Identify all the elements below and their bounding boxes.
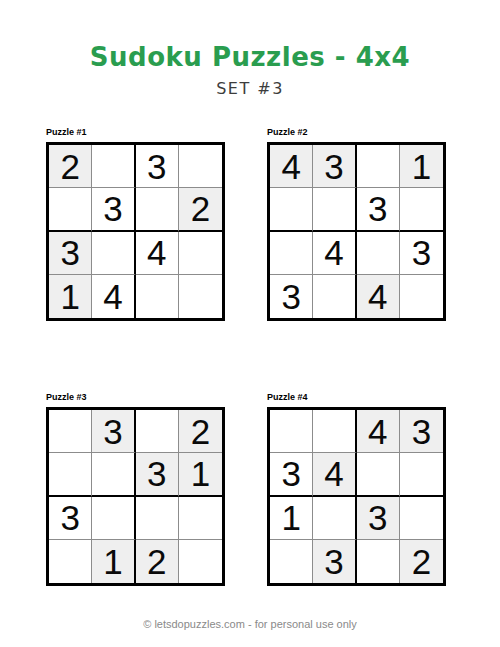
p4-cell-r1c2[interactable]: [313, 410, 356, 453]
p1-cell-r1c3: 3: [136, 145, 179, 188]
p1-cell-r4c2: 4: [92, 275, 135, 318]
p2-cell-r3c4: 3: [400, 232, 443, 275]
p4-cell-r3c4[interactable]: [400, 497, 443, 540]
p4-cell-r2c1: 3: [270, 453, 313, 496]
p2-cell-r4c3: 4: [357, 275, 400, 318]
p3-cell-r1c2: 3: [92, 410, 135, 453]
p2-cell-r2c4[interactable]: [400, 188, 443, 231]
p3-cell-r2c4: 1: [179, 453, 222, 496]
p2-cell-r1c2: 3: [313, 145, 356, 188]
p1-cell-r3c2[interactable]: [92, 232, 135, 275]
puzzle-3-label: Puzzle #3: [46, 387, 225, 402]
p2-cell-r2c3: 3: [357, 188, 400, 231]
set-label: SET #3: [0, 79, 500, 98]
p4-cell-r1c3: 4: [357, 410, 400, 453]
p2-cell-r3c1[interactable]: [270, 232, 313, 275]
p4-cell-r3c3: 3: [357, 497, 400, 540]
p4-cell-r3c2[interactable]: [313, 497, 356, 540]
p4-cell-r1c1[interactable]: [270, 410, 313, 453]
p2-cell-r2c1[interactable]: [270, 188, 313, 231]
p1-cell-r3c3: 4: [136, 232, 179, 275]
p4-cell-r4c3[interactable]: [357, 540, 400, 583]
p2-cell-r1c3[interactable]: [357, 145, 400, 188]
p1-cell-r3c4[interactable]: [179, 232, 222, 275]
p3-cell-r2c3: 3: [136, 453, 179, 496]
puzzle-2: Puzzle #2 4 3 1 3 4 3 3 4: [267, 122, 446, 321]
p3-cell-r3c1: 3: [49, 497, 92, 540]
p2-cell-r1c1: 4: [270, 145, 313, 188]
p2-cell-r4c2[interactable]: [313, 275, 356, 318]
puzzle-2-label: Puzzle #2: [267, 122, 446, 137]
puzzle-1-grid: 2 3 3 2 3 4 1 4: [46, 142, 225, 321]
puzzle-2-grid: 4 3 1 3 4 3 3 4: [267, 142, 446, 321]
p3-cell-r2c1[interactable]: [49, 453, 92, 496]
puzzle-4-label: Puzzle #4: [267, 387, 446, 402]
p3-cell-r3c2[interactable]: [92, 497, 135, 540]
p1-cell-r2c2: 3: [92, 188, 135, 231]
p4-cell-r4c4: 2: [400, 540, 443, 583]
puzzle-4: Puzzle #4 4 3 3 4 1 3 3 2: [267, 387, 446, 586]
puzzle-1: Puzzle #1 2 3 3 2 3 4 1 4: [46, 122, 225, 321]
p4-cell-r2c2: 4: [313, 453, 356, 496]
p2-cell-r4c1: 3: [270, 275, 313, 318]
p1-cell-r4c4[interactable]: [179, 275, 222, 318]
p1-cell-r4c1: 1: [49, 275, 92, 318]
p1-cell-r1c4[interactable]: [179, 145, 222, 188]
p1-cell-r2c3[interactable]: [136, 188, 179, 231]
p3-cell-r4c2: 1: [92, 540, 135, 583]
p3-cell-r1c3[interactable]: [136, 410, 179, 453]
p1-cell-r1c1: 2: [49, 145, 92, 188]
p1-cell-r2c1[interactable]: [49, 188, 92, 231]
p2-cell-r4c4[interactable]: [400, 275, 443, 318]
p4-cell-r4c1[interactable]: [270, 540, 313, 583]
puzzle-3: Puzzle #3 3 2 3 1 3 1 2: [46, 387, 225, 586]
p2-cell-r3c2: 4: [313, 232, 356, 275]
p2-cell-r2c2[interactable]: [313, 188, 356, 231]
p1-cell-r2c4: 2: [179, 188, 222, 231]
p1-cell-r1c2[interactable]: [92, 145, 135, 188]
p2-cell-r3c3[interactable]: [357, 232, 400, 275]
p4-cell-r3c1: 1: [270, 497, 313, 540]
p3-cell-r2c2[interactable]: [92, 453, 135, 496]
copyright-footer: © letsdopuzzles.com - for personal use o…: [0, 618, 500, 630]
p2-cell-r1c4: 1: [400, 145, 443, 188]
p4-cell-r2c4[interactable]: [400, 453, 443, 496]
page-title: Sudoku Puzzles - 4x4: [0, 42, 500, 72]
p1-cell-r3c1: 3: [49, 232, 92, 275]
puzzle-1-label: Puzzle #1: [46, 122, 225, 137]
puzzle-sheet: Sudoku Puzzles - 4x4 SET #3 Puzzle #1 2 …: [0, 0, 500, 647]
p3-cell-r1c1[interactable]: [49, 410, 92, 453]
p4-cell-r1c4: 3: [400, 410, 443, 453]
p4-cell-r4c2: 3: [313, 540, 356, 583]
p1-cell-r4c3[interactable]: [136, 275, 179, 318]
p3-cell-r3c4[interactable]: [179, 497, 222, 540]
p3-cell-r4c4[interactable]: [179, 540, 222, 583]
puzzle-4-grid: 4 3 3 4 1 3 3 2: [267, 407, 446, 586]
p3-cell-r3c3[interactable]: [136, 497, 179, 540]
p4-cell-r2c3[interactable]: [357, 453, 400, 496]
p3-cell-r4c3: 2: [136, 540, 179, 583]
puzzle-3-grid: 3 2 3 1 3 1 2: [46, 407, 225, 586]
p3-cell-r1c4: 2: [179, 410, 222, 453]
p3-cell-r4c1[interactable]: [49, 540, 92, 583]
